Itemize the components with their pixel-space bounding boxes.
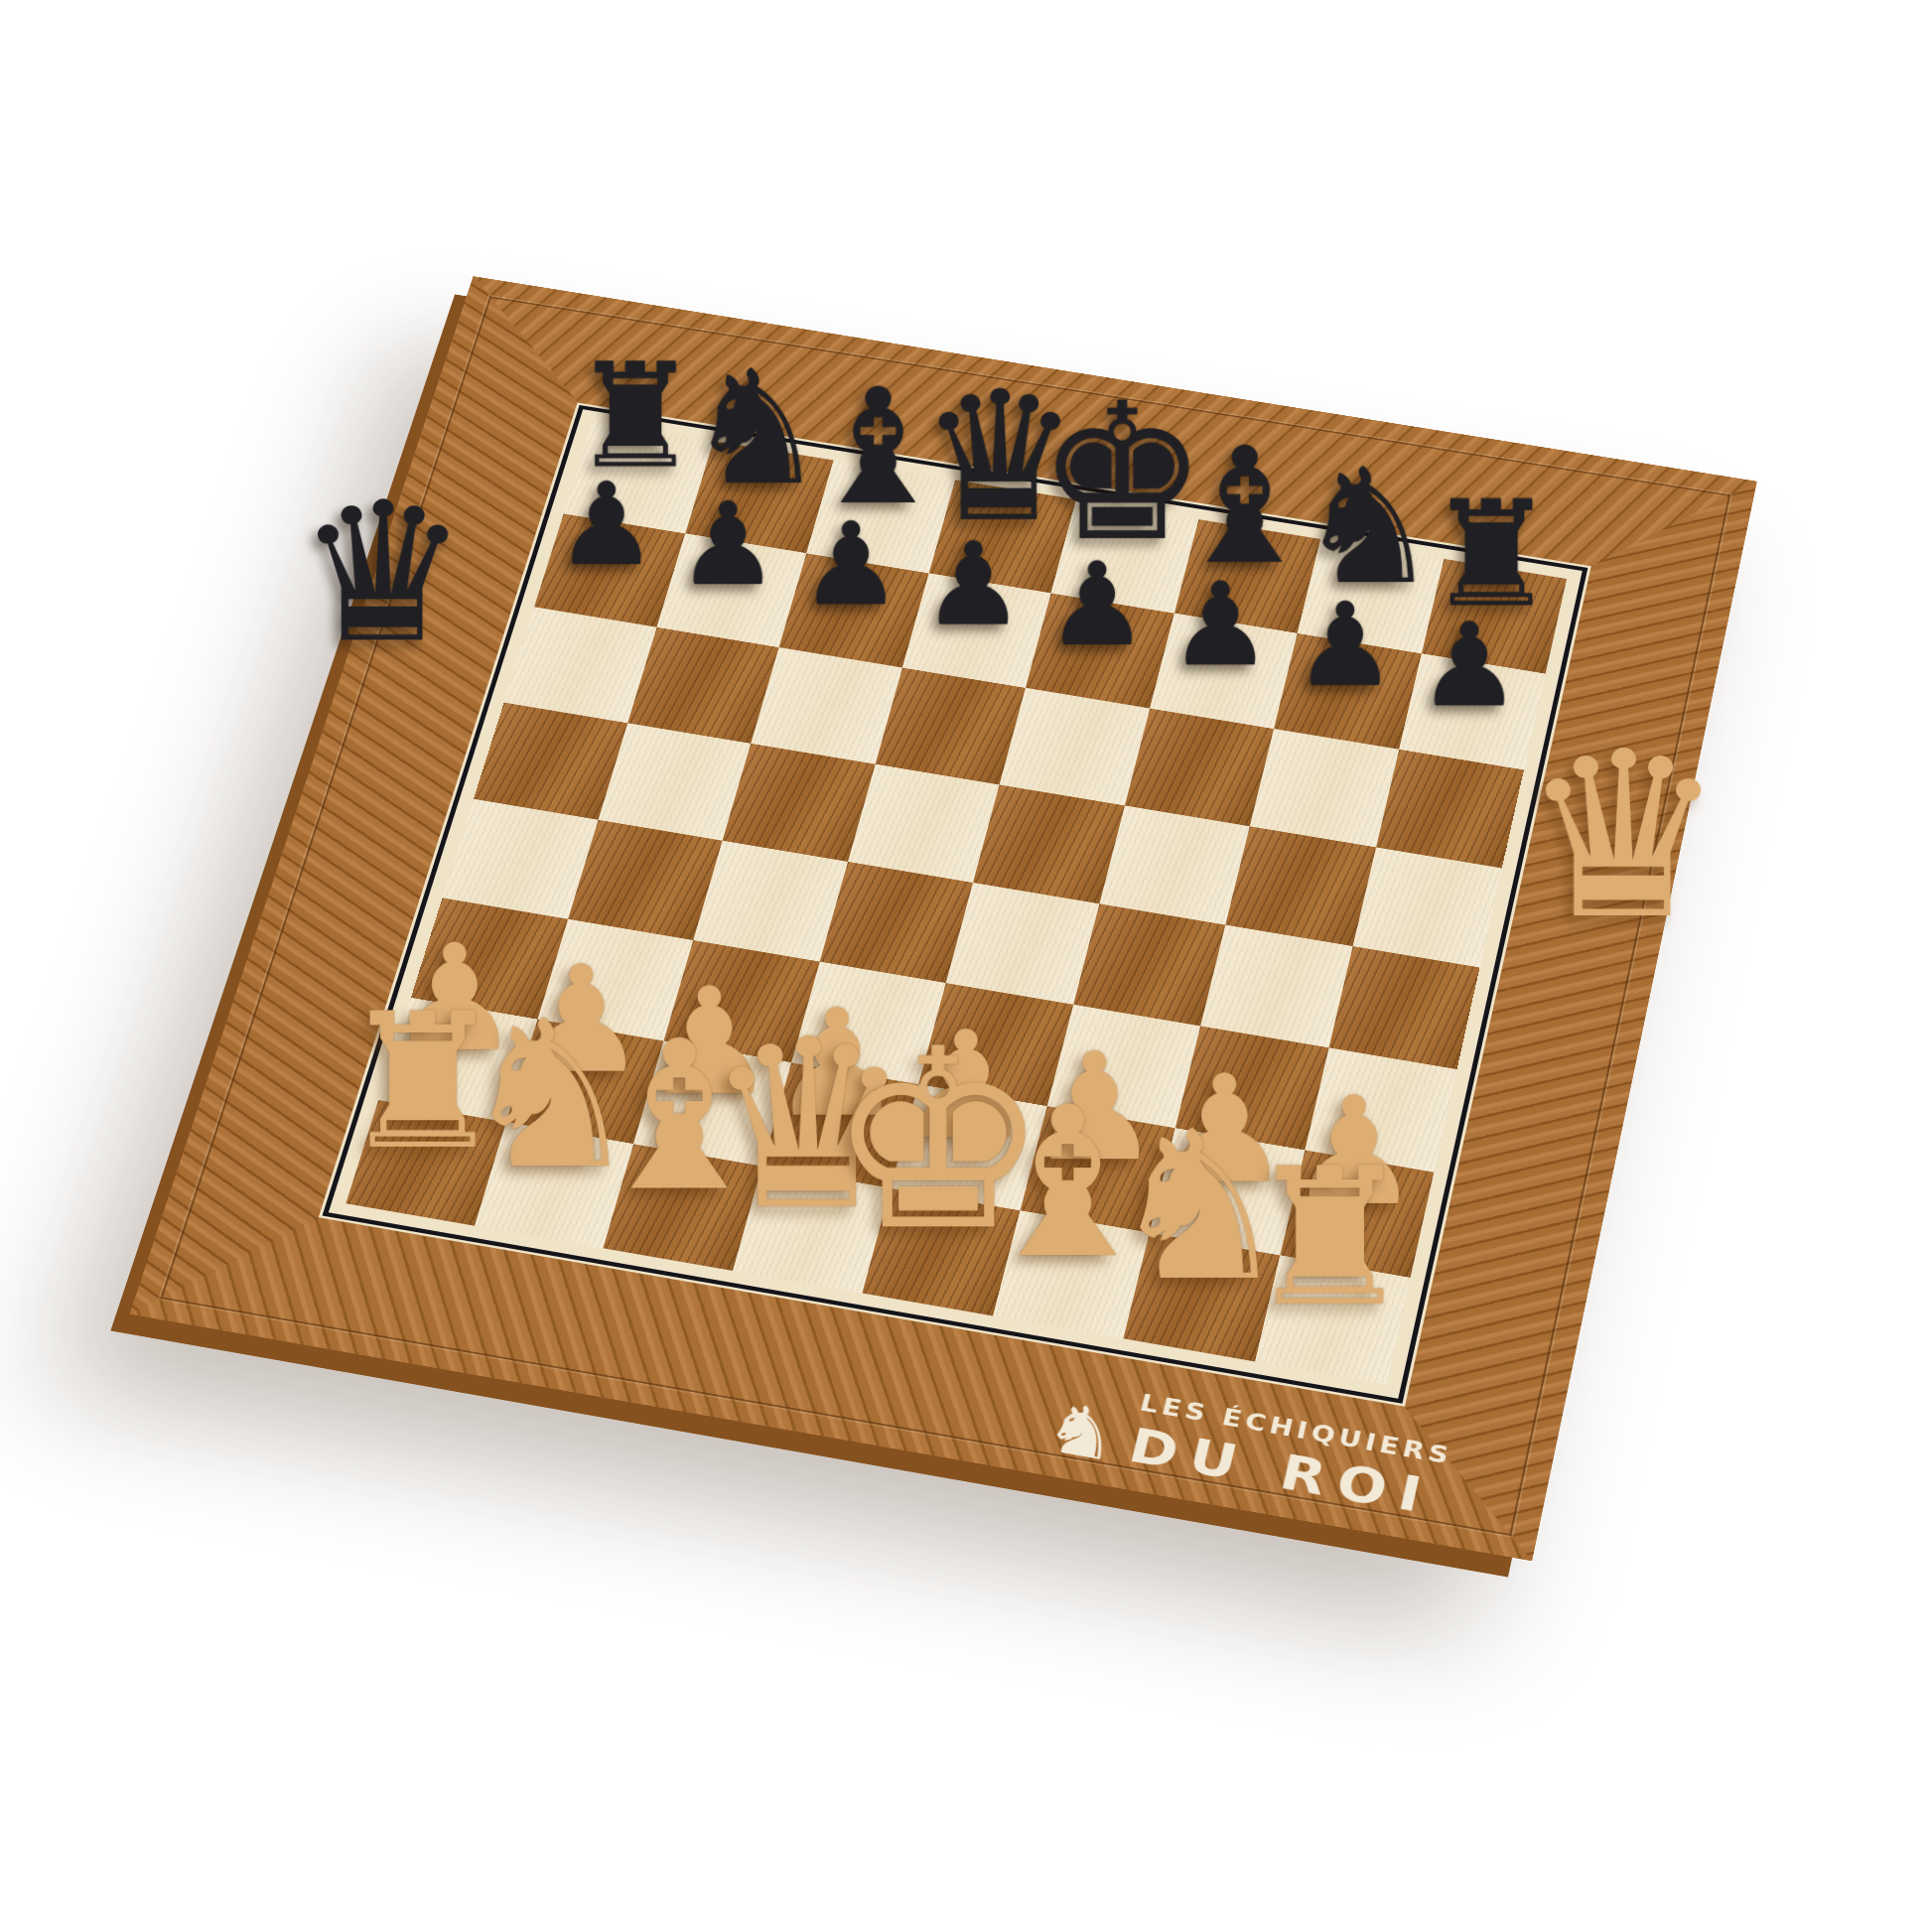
piece-white-rook-h1: ♜ <box>1245 1142 1415 1331</box>
chessboard-product-photo: ♜♞♝♛♚♝♞♜♟♟♟♟♟♟♟♟♟♟♟♟♟♟♟♟♜♞♝♛♚♝♞♜ ♛ ♛ ♞ L… <box>0 0 1932 1932</box>
square-c5[interactable] <box>723 743 876 861</box>
piece-black-pawn-a7: ♟ <box>555 468 657 582</box>
square-b5[interactable] <box>598 723 751 841</box>
piece-black-pawn-d7: ♟ <box>922 527 1026 642</box>
square-b6[interactable] <box>627 627 779 744</box>
piece-black-pawn-h7: ♟ <box>1418 608 1521 723</box>
piece-black-pawn-c7: ♟ <box>799 506 901 621</box>
playing-area: ♜♞♝♛♚♝♞♜♟♟♟♟♟♟♟♟♟♟♟♟♟♟♟♟♜♞♝♛♚♝♞♜ <box>345 421 1567 1384</box>
square-g7[interactable]: ♟ <box>1274 633 1421 750</box>
square-e5[interactable] <box>973 784 1125 903</box>
piece-black-pawn-e7: ♟ <box>1045 547 1149 662</box>
square-g5[interactable] <box>1225 826 1375 946</box>
spare-black-queen: ♛ <box>297 477 470 669</box>
square-f4[interactable] <box>1073 903 1225 1026</box>
spare-white-queen: ♛ <box>1520 722 1725 951</box>
square-c6[interactable] <box>751 647 901 763</box>
chess-board: ♜♞♝♛♚♝♞♜♟♟♟♟♟♟♟♟♟♟♟♟♟♟♟♟♜♞♝♛♚♝♞♜ ♛ ♛ ♞ L… <box>130 276 1757 1561</box>
piece-black-pawn-g7: ♟ <box>1294 587 1397 702</box>
square-h1[interactable]: ♜ <box>1255 1255 1411 1384</box>
square-a4[interactable] <box>443 799 598 919</box>
square-b4[interactable] <box>568 820 723 940</box>
square-d7[interactable]: ♟ <box>902 573 1051 688</box>
square-f7[interactable]: ♟ <box>1150 613 1298 729</box>
knight-rider-icon: ♞ <box>1038 1396 1127 1469</box>
square-f5[interactable] <box>1099 805 1250 925</box>
piece-black-pawn-f7: ♟ <box>1170 567 1273 682</box>
piece-black-pawn-b7: ♟ <box>677 486 779 601</box>
square-h6[interactable] <box>1376 750 1524 868</box>
square-e6[interactable] <box>1000 688 1150 805</box>
